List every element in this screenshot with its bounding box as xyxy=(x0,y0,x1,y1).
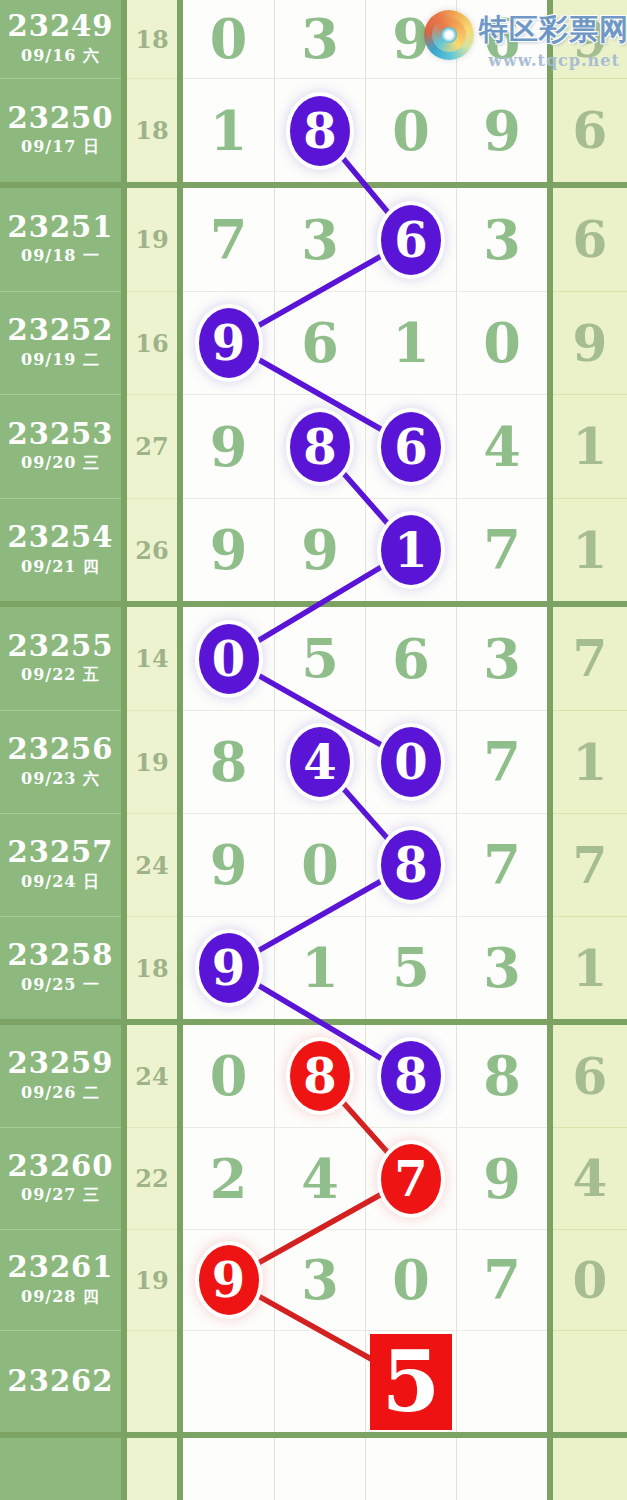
digit-cell: 1 xyxy=(365,498,456,601)
digit: 1 xyxy=(392,311,430,375)
digit-cell: 1 xyxy=(274,916,365,1019)
digit-cell: 0 xyxy=(365,1229,456,1330)
digit-cell: 8 xyxy=(274,394,365,498)
issue-cell: 2325209/19 二 xyxy=(0,291,121,394)
digit-cell: 5 xyxy=(365,1330,456,1432)
digit-cell: 0 xyxy=(183,0,274,78)
issue-date: 09/21 四 xyxy=(21,557,100,578)
fifth-digit-cell: 6 xyxy=(553,78,627,182)
digit: 6 xyxy=(301,311,339,375)
digit: 9 xyxy=(210,415,248,479)
digit: 3 xyxy=(301,1248,339,1312)
digit: 0 xyxy=(210,1044,248,1108)
issue-cell: 2325109/18 一 xyxy=(0,188,121,291)
predicted-digit: 5 xyxy=(370,1334,452,1430)
issue-number: 23262 xyxy=(8,1366,114,1396)
digit-cell: 1 xyxy=(183,78,274,182)
issue-number: 23255 xyxy=(8,631,114,661)
digit: 1 xyxy=(301,936,339,1000)
digit: 1 xyxy=(210,99,248,163)
digit-cell: 9 xyxy=(183,1229,274,1330)
fifth-digit-cell: 6 xyxy=(553,1025,627,1127)
digit: 3 xyxy=(483,627,521,691)
digit: 7 xyxy=(483,730,521,794)
row-23260: 2326009/27 三2224794 xyxy=(0,1127,627,1229)
digit-cell: 4 xyxy=(274,710,365,813)
marked-digit-purple: 6 xyxy=(381,205,441,275)
digit: 5 xyxy=(301,627,339,691)
digit-cell: 3 xyxy=(274,1229,365,1330)
digit: 3 xyxy=(483,936,521,1000)
issue-cell: 2325009/17 日 xyxy=(0,78,121,182)
digit-cell: 9 xyxy=(183,813,274,916)
issue-date: 09/25 一 xyxy=(21,975,100,996)
fifth-digit-cell: 6 xyxy=(553,188,627,291)
digit-cell: 7 xyxy=(456,1229,547,1330)
row-23254: 2325409/21 四2699171 xyxy=(0,498,627,601)
digit-cell: 8 xyxy=(365,813,456,916)
issue-date: 09/18 一 xyxy=(21,246,100,267)
issue-cell xyxy=(0,1438,121,1500)
digit-cell: 8 xyxy=(274,1025,365,1127)
issue-cell: 2325709/24 日 xyxy=(0,813,121,916)
digit-cell: 8 xyxy=(183,710,274,813)
issue-date: 09/22 五 xyxy=(21,665,100,686)
digit-cell: 0 xyxy=(274,813,365,916)
sum-cell: 18 xyxy=(127,78,177,182)
row-23258: 2325809/25 一1891531 xyxy=(0,916,627,1019)
issue-cell: 2326009/27 三 xyxy=(0,1127,121,1229)
digit-cell: 5 xyxy=(365,916,456,1019)
issue-number: 23250 xyxy=(8,103,114,133)
fifth-digit-cell: 7 xyxy=(553,607,627,710)
digit-cell: 7 xyxy=(456,498,547,601)
sum-cell: 18 xyxy=(127,916,177,1019)
digit-cell: 6 xyxy=(365,188,456,291)
issue-cell: 2325809/25 一 xyxy=(0,916,121,1019)
digit: 7 xyxy=(483,1248,521,1312)
digit: 5 xyxy=(392,936,430,1000)
digit: 4 xyxy=(301,1147,339,1211)
marked-digit-purple: 0 xyxy=(199,624,259,694)
row-23262: 232625 xyxy=(0,1330,627,1432)
issue-number: 23254 xyxy=(8,522,114,552)
digit: 3 xyxy=(301,208,339,272)
digit: 7 xyxy=(483,833,521,897)
digit-cell: 4 xyxy=(274,1127,365,1229)
digit-cell: 6 xyxy=(365,607,456,710)
digit: 9 xyxy=(210,833,248,897)
digit-cell: 9 xyxy=(456,1127,547,1229)
issue-number: 23249 xyxy=(8,11,114,41)
digit: 0 xyxy=(392,1248,430,1312)
digit: 9 xyxy=(210,518,248,582)
issue-date: 09/26 二 xyxy=(21,1083,100,1104)
digit-cell xyxy=(365,1438,456,1500)
marked-digit-purple: 8 xyxy=(381,1041,441,1111)
digit-cell: 0 xyxy=(365,78,456,182)
issue-number: 23261 xyxy=(8,1252,114,1282)
row-23257: 2325709/24 日2490877 xyxy=(0,813,627,916)
digit-cell xyxy=(274,1438,365,1500)
digit-cell: 8 xyxy=(365,1025,456,1127)
digit-cell xyxy=(456,1330,547,1432)
digit: 0 xyxy=(483,311,521,375)
issue-date: 09/24 日 xyxy=(21,872,100,893)
fifth-digit-cell: 0 xyxy=(553,1229,627,1330)
digit-cell: 6 xyxy=(365,394,456,498)
digit: 2 xyxy=(210,1147,248,1211)
sum-cell: 19 xyxy=(127,710,177,813)
digit-cell: 0 xyxy=(365,710,456,813)
row-23250: 2325009/17 日1818096 xyxy=(0,78,627,182)
issue-cell: 2325509/22 五 xyxy=(0,607,121,710)
digit-cell: 9 xyxy=(183,291,274,394)
issue-cell: 2325909/26 二 xyxy=(0,1025,121,1127)
digit: 0 xyxy=(301,833,339,897)
site-logo-icon xyxy=(424,10,474,60)
digit-cell: 9 xyxy=(183,498,274,601)
digit-cell: 1 xyxy=(365,291,456,394)
marked-digit-purple: 9 xyxy=(199,308,259,378)
issue-number: 23252 xyxy=(8,315,114,345)
digit-cell: 9 xyxy=(274,498,365,601)
sum-cell: 19 xyxy=(127,188,177,291)
issue-number: 23251 xyxy=(8,212,114,242)
fifth-digit-cell: 9 xyxy=(553,291,627,394)
issue-date: 09/28 四 xyxy=(21,1287,100,1308)
digit-cell xyxy=(274,1330,365,1432)
digit: 6 xyxy=(392,627,430,691)
digit: 0 xyxy=(392,99,430,163)
digit-cell: 0 xyxy=(456,291,547,394)
issue-number: 23259 xyxy=(8,1048,114,1078)
digit: 3 xyxy=(483,208,521,272)
site-watermark[interactable]: 特区彩票网 www.tqcp.net xyxy=(424,10,627,70)
digit-cell: 5 xyxy=(274,607,365,710)
issue-date: 09/16 六 xyxy=(21,46,100,67)
digit-cell: 6 xyxy=(274,291,365,394)
site-url: www.tqcp.net xyxy=(479,51,627,70)
row-23261: 2326109/28 四1993070 xyxy=(0,1229,627,1330)
digit-cell: 9 xyxy=(183,394,274,498)
issue-date: 09/19 二 xyxy=(21,350,100,371)
issue-date: 09/17 日 xyxy=(21,137,100,158)
digit-cell: 3 xyxy=(274,0,365,78)
digit-cell: 7 xyxy=(365,1127,456,1229)
digit: 8 xyxy=(210,730,248,794)
marked-digit-purple: 4 xyxy=(290,727,350,797)
digit-cell: 7 xyxy=(183,188,274,291)
issue-number: 23256 xyxy=(8,734,114,764)
digit-cell: 8 xyxy=(456,1025,547,1127)
digit-cell: 3 xyxy=(456,188,547,291)
digit-cell xyxy=(456,1438,547,1500)
site-name: 特区彩票网 xyxy=(479,10,627,50)
trend-grid: 2324909/16 六18039692325009/17 日181809623… xyxy=(0,0,627,1500)
digit-cell: 9 xyxy=(183,916,274,1019)
sum-cell: 24 xyxy=(127,1025,177,1127)
issue-number: 23260 xyxy=(8,1151,114,1181)
marked-digit-red: 8 xyxy=(290,1041,350,1111)
issue-number: 23257 xyxy=(8,837,114,867)
digit: 9 xyxy=(483,1147,521,1211)
marked-digit-red: 7 xyxy=(381,1144,441,1214)
row-23256: 2325609/23 六1984071 xyxy=(0,710,627,813)
fifth-digit-cell: 1 xyxy=(553,394,627,498)
issue-cell: 2325609/23 六 xyxy=(0,710,121,813)
sum-cell xyxy=(127,1438,177,1500)
issue-date: 09/23 六 xyxy=(21,769,100,790)
marked-digit-red: 9 xyxy=(199,1245,259,1315)
site-watermark-text: 特区彩票网 www.tqcp.net xyxy=(479,10,627,70)
fifth-digit-cell: 1 xyxy=(553,498,627,601)
digit: 7 xyxy=(483,518,521,582)
fifth-digit-cell: 1 xyxy=(553,710,627,813)
digit-cell: 3 xyxy=(456,607,547,710)
row-23251: 2325109/18 一1973636 xyxy=(0,188,627,291)
sum-cell xyxy=(127,1330,177,1432)
issue-cell: 2325409/21 四 xyxy=(0,498,121,601)
issue-cell: 2324909/16 六 xyxy=(0,0,121,78)
row-23255: 2325509/22 五1405637 xyxy=(0,607,627,710)
row-23252: 2325209/19 二1696109 xyxy=(0,291,627,394)
fifth-digit-cell xyxy=(553,1330,627,1432)
digit-cell: 7 xyxy=(456,710,547,813)
digit: 9 xyxy=(483,99,521,163)
sum-cell: 18 xyxy=(127,0,177,78)
trend-chart-board: 2324909/16 六18039692325009/17 日181809623… xyxy=(0,0,627,1500)
digit: 4 xyxy=(483,415,521,479)
marked-digit-purple: 0 xyxy=(381,727,441,797)
sum-cell: 26 xyxy=(127,498,177,601)
digit-cell: 3 xyxy=(456,916,547,1019)
digit-cell xyxy=(183,1438,274,1500)
row-23253: 2325309/20 三2798641 xyxy=(0,394,627,498)
issue-cell: 23262 xyxy=(0,1330,121,1432)
sum-cell: 24 xyxy=(127,813,177,916)
fifth-digit-cell: 1 xyxy=(553,916,627,1019)
digit-cell: 9 xyxy=(456,78,547,182)
row-23259: 2325909/26 二2408886 xyxy=(0,1025,627,1127)
digit: 3 xyxy=(301,7,339,71)
issue-number: 23258 xyxy=(8,940,114,970)
digit: 9 xyxy=(301,518,339,582)
marked-digit-purple: 6 xyxy=(381,412,441,482)
marked-digit-purple: 1 xyxy=(381,515,441,585)
digit-cell: 0 xyxy=(183,607,274,710)
digit: 8 xyxy=(483,1044,521,1108)
fifth-digit-cell xyxy=(553,1438,627,1500)
marked-digit-purple: 8 xyxy=(290,96,350,166)
digit-cell xyxy=(183,1330,274,1432)
issue-date: 09/27 三 xyxy=(21,1185,100,1206)
sum-cell: 22 xyxy=(127,1127,177,1229)
marked-digit-purple: 9 xyxy=(199,933,259,1003)
issue-number: 23253 xyxy=(8,419,114,449)
digit-cell: 4 xyxy=(456,394,547,498)
issue-cell: 2325309/20 三 xyxy=(0,394,121,498)
issue-cell: 2326109/28 四 xyxy=(0,1229,121,1330)
digit-cell: 8 xyxy=(274,78,365,182)
sum-cell: 19 xyxy=(127,1229,177,1330)
row-empty xyxy=(0,1438,627,1500)
fifth-digit-cell: 7 xyxy=(553,813,627,916)
marked-digit-purple: 8 xyxy=(290,412,350,482)
sum-cell: 27 xyxy=(127,394,177,498)
fifth-digit-cell: 4 xyxy=(553,1127,627,1229)
issue-date: 09/20 三 xyxy=(21,453,100,474)
sum-cell: 16 xyxy=(127,291,177,394)
digit-cell: 2 xyxy=(183,1127,274,1229)
digit: 0 xyxy=(210,7,248,71)
digit-cell: 7 xyxy=(456,813,547,916)
sum-cell: 14 xyxy=(127,607,177,710)
digit: 7 xyxy=(210,208,248,272)
digit-cell: 3 xyxy=(274,188,365,291)
marked-digit-purple: 8 xyxy=(381,830,441,900)
digit-cell: 0 xyxy=(183,1025,274,1127)
